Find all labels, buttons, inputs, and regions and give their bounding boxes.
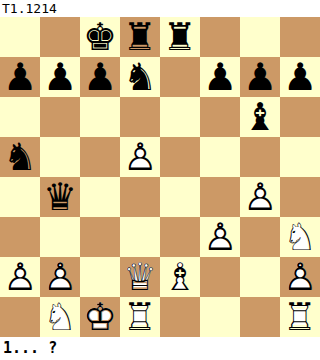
piece-black-pawn[interactable]: ♟ — [240, 57, 280, 97]
square-d7[interactable]: ♞ — [120, 57, 160, 97]
square-f5[interactable] — [200, 137, 240, 177]
square-d5[interactable]: ♟♙ — [120, 137, 160, 177]
square-d8[interactable]: ♜ — [120, 17, 160, 57]
square-h8[interactable] — [280, 17, 320, 57]
square-c5[interactable] — [80, 137, 120, 177]
square-c3[interactable] — [80, 217, 120, 257]
square-e3[interactable] — [160, 217, 200, 257]
square-d1[interactable]: ♜♖ — [120, 297, 160, 337]
chess-puzzle-app: T1.1214 ♚♜♜♟♟♟♞♟♟♟♝♞♟♙♛♟♙♟♙♞♘♟♙♟♙♛♕♝♗♟♙♞… — [0, 0, 320, 360]
square-c8[interactable]: ♚ — [80, 17, 120, 57]
square-c6[interactable] — [80, 97, 120, 137]
square-b4[interactable]: ♛ — [40, 177, 80, 217]
square-f4[interactable] — [200, 177, 240, 217]
piece-white-pawn[interactable]: ♟♙ — [0, 257, 40, 297]
piece-black-knight[interactable]: ♞ — [0, 137, 40, 177]
piece-black-rook[interactable]: ♜ — [120, 17, 160, 57]
square-f3[interactable]: ♟♙ — [200, 217, 240, 257]
square-g6[interactable]: ♝ — [240, 97, 280, 137]
piece-black-pawn[interactable]: ♟ — [80, 57, 120, 97]
square-f7[interactable]: ♟ — [200, 57, 240, 97]
piece-white-pawn[interactable]: ♟♙ — [240, 177, 280, 217]
square-g4[interactable]: ♟♙ — [240, 177, 280, 217]
square-g7[interactable]: ♟ — [240, 57, 280, 97]
puzzle-id: T1.1214 — [2, 1, 57, 16]
piece-black-pawn[interactable]: ♟ — [40, 57, 80, 97]
piece-white-pawn[interactable]: ♟♙ — [280, 257, 320, 297]
square-e2[interactable]: ♝♗ — [160, 257, 200, 297]
piece-black-queen[interactable]: ♛ — [40, 177, 80, 217]
piece-black-rook[interactable]: ♜ — [160, 17, 200, 57]
square-h5[interactable] — [280, 137, 320, 177]
square-b6[interactable] — [40, 97, 80, 137]
square-a6[interactable] — [0, 97, 40, 137]
square-f6[interactable] — [200, 97, 240, 137]
square-g3[interactable] — [240, 217, 280, 257]
square-b3[interactable] — [40, 217, 80, 257]
piece-white-queen[interactable]: ♛♕ — [120, 257, 160, 297]
square-g1[interactable] — [240, 297, 280, 337]
piece-white-rook[interactable]: ♜♖ — [120, 297, 160, 337]
square-g5[interactable] — [240, 137, 280, 177]
square-d3[interactable] — [120, 217, 160, 257]
piece-black-king[interactable]: ♚ — [80, 17, 120, 57]
piece-black-pawn[interactable]: ♟ — [200, 57, 240, 97]
piece-white-knight[interactable]: ♞♘ — [280, 217, 320, 257]
square-h4[interactable] — [280, 177, 320, 217]
square-b1[interactable]: ♞♘ — [40, 297, 80, 337]
chess-board: ♚♜♜♟♟♟♞♟♟♟♝♞♟♙♛♟♙♟♙♞♘♟♙♟♙♛♕♝♗♟♙♞♘♚♔♜♖♜♖ — [0, 17, 320, 337]
square-b7[interactable]: ♟ — [40, 57, 80, 97]
move-prompt: 1... ? — [3, 340, 57, 357]
piece-black-knight[interactable]: ♞ — [120, 57, 160, 97]
square-d4[interactable] — [120, 177, 160, 217]
square-a5[interactable]: ♞ — [0, 137, 40, 177]
square-a7[interactable]: ♟ — [0, 57, 40, 97]
square-f2[interactable] — [200, 257, 240, 297]
square-h7[interactable]: ♟ — [280, 57, 320, 97]
square-b8[interactable] — [40, 17, 80, 57]
square-c1[interactable]: ♚♔ — [80, 297, 120, 337]
square-e1[interactable] — [160, 297, 200, 337]
square-d2[interactable]: ♛♕ — [120, 257, 160, 297]
square-f1[interactable] — [200, 297, 240, 337]
square-e8[interactable]: ♜ — [160, 17, 200, 57]
square-f8[interactable] — [200, 17, 240, 57]
piece-black-bishop[interactable]: ♝ — [240, 97, 280, 137]
square-c2[interactable] — [80, 257, 120, 297]
piece-white-pawn[interactable]: ♟♙ — [200, 217, 240, 257]
square-e5[interactable] — [160, 137, 200, 177]
piece-white-bishop[interactable]: ♝♗ — [160, 257, 200, 297]
square-g2[interactable] — [240, 257, 280, 297]
square-h3[interactable]: ♞♘ — [280, 217, 320, 257]
piece-white-pawn[interactable]: ♟♙ — [120, 137, 160, 177]
square-b5[interactable] — [40, 137, 80, 177]
square-a8[interactable] — [0, 17, 40, 57]
square-a4[interactable] — [0, 177, 40, 217]
square-c4[interactable] — [80, 177, 120, 217]
square-b2[interactable]: ♟♙ — [40, 257, 80, 297]
square-e6[interactable] — [160, 97, 200, 137]
square-h2[interactable]: ♟♙ — [280, 257, 320, 297]
square-d6[interactable] — [120, 97, 160, 137]
square-e7[interactable] — [160, 57, 200, 97]
piece-white-rook[interactable]: ♜♖ — [280, 297, 320, 337]
piece-black-pawn[interactable]: ♟ — [0, 57, 40, 97]
piece-white-king[interactable]: ♚♔ — [80, 297, 120, 337]
piece-white-pawn[interactable]: ♟♙ — [40, 257, 80, 297]
square-a2[interactable]: ♟♙ — [0, 257, 40, 297]
square-e4[interactable] — [160, 177, 200, 217]
square-a1[interactable] — [0, 297, 40, 337]
square-c7[interactable]: ♟ — [80, 57, 120, 97]
piece-black-pawn[interactable]: ♟ — [280, 57, 320, 97]
square-h6[interactable] — [280, 97, 320, 137]
square-g8[interactable] — [240, 17, 280, 57]
piece-white-knight[interactable]: ♞♘ — [40, 297, 80, 337]
square-h1[interactable]: ♜♖ — [280, 297, 320, 337]
square-a3[interactable] — [0, 217, 40, 257]
